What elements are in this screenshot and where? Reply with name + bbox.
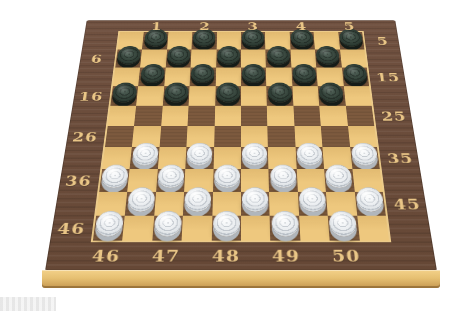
board-scene: 123454647484950616263646515253545 — [45, 0, 437, 288]
watermark — [0, 297, 56, 311]
white-man-33[interactable] — [242, 143, 268, 165]
square-2[interactable] — [192, 32, 217, 49]
black-man-15[interactable] — [342, 64, 368, 83]
black-man-19[interactable] — [268, 83, 293, 103]
square-4[interactable] — [289, 32, 315, 49]
square-49[interactable] — [270, 216, 300, 241]
square-28[interactable] — [214, 126, 241, 147]
white-man-46[interactable] — [95, 211, 125, 236]
light-square — [123, 216, 155, 241]
white-man-34[interactable] — [296, 143, 323, 165]
black-man-6[interactable] — [117, 46, 142, 64]
coord-label-top-1: 1 — [151, 20, 163, 32]
square-20[interactable] — [318, 86, 346, 105]
square-12[interactable] — [190, 68, 216, 87]
black-man-7[interactable] — [167, 46, 191, 64]
square-26[interactable] — [105, 126, 134, 147]
coord-label-bottom-46: 46 — [91, 246, 121, 265]
light-square — [136, 86, 164, 105]
light-square — [241, 216, 271, 241]
coord-label-bottom-47: 47 — [151, 246, 180, 265]
square-1[interactable] — [142, 32, 168, 49]
square-10[interactable] — [315, 50, 342, 68]
square-36[interactable] — [99, 169, 130, 192]
coord-label-left-36: 36 — [64, 172, 93, 188]
coord-label-left-6: 6 — [90, 52, 104, 65]
coord-label-left-46: 46 — [56, 219, 86, 237]
square-14[interactable] — [291, 68, 318, 87]
square-29[interactable] — [268, 126, 296, 147]
photo-canvas: 123454647484950616263646515253545 — [0, 0, 474, 316]
coord-label-right-5: 5 — [376, 35, 389, 47]
square-38[interactable] — [213, 169, 241, 192]
coord-label-top-2: 2 — [199, 20, 211, 32]
black-man-10[interactable] — [316, 46, 341, 64]
square-18[interactable] — [215, 86, 241, 105]
coord-label-bottom-50: 50 — [331, 246, 361, 265]
coord-label-top-3: 3 — [247, 20, 258, 32]
light-square — [108, 106, 137, 126]
draughts-board: 123454647484950616263646515253545 — [45, 20, 437, 271]
coord-label-bottom-49: 49 — [272, 246, 301, 265]
black-man-18[interactable] — [216, 83, 240, 103]
coord-label-right-15: 15 — [375, 70, 401, 83]
white-man-40[interactable] — [325, 165, 353, 188]
white-man-49[interactable] — [271, 211, 299, 236]
white-man-36[interactable] — [101, 165, 129, 188]
light-square — [241, 86, 267, 105]
square-23[interactable] — [241, 106, 268, 126]
coord-label-top-4: 4 — [295, 20, 307, 32]
white-man-44[interactable] — [299, 188, 327, 212]
white-man-42[interactable] — [184, 188, 211, 212]
square-6[interactable] — [115, 50, 142, 68]
square-42[interactable] — [183, 192, 213, 216]
square-3[interactable] — [241, 32, 266, 49]
light-square — [344, 86, 372, 105]
black-man-11[interactable] — [140, 64, 165, 83]
coord-label-right-25: 25 — [380, 109, 407, 123]
square-47[interactable] — [152, 216, 183, 241]
square-37[interactable] — [156, 169, 186, 192]
square-11[interactable] — [138, 68, 165, 87]
square-41[interactable] — [125, 192, 156, 216]
square-34[interactable] — [295, 147, 324, 169]
square-46[interactable] — [93, 216, 125, 241]
square-31[interactable] — [130, 147, 159, 169]
square-27[interactable] — [159, 126, 187, 147]
square-16[interactable] — [110, 86, 138, 105]
square-25[interactable] — [346, 106, 375, 126]
white-man-37[interactable] — [157, 165, 184, 188]
coord-label-right-45: 45 — [392, 195, 421, 212]
square-8[interactable] — [216, 50, 241, 68]
square-19[interactable] — [267, 86, 294, 105]
light-square — [161, 106, 189, 126]
light-square — [292, 86, 319, 105]
black-man-16[interactable] — [112, 83, 138, 103]
square-5[interactable] — [338, 32, 364, 49]
light-square — [299, 216, 330, 241]
square-32[interactable] — [185, 147, 213, 169]
square-44[interactable] — [298, 192, 328, 216]
coord-label-left-16: 16 — [78, 89, 104, 103]
square-30[interactable] — [321, 126, 350, 147]
board-front-edge — [42, 270, 440, 288]
black-man-9[interactable] — [267, 46, 291, 64]
white-man-43[interactable] — [242, 188, 269, 212]
light-square — [319, 106, 347, 126]
black-man-20[interactable] — [319, 83, 345, 103]
black-man-8[interactable] — [217, 46, 240, 64]
square-45[interactable] — [354, 192, 385, 216]
light-square — [214, 106, 241, 126]
coord-label-top-5: 5 — [343, 20, 356, 32]
square-33[interactable] — [241, 147, 269, 169]
light-square — [189, 86, 216, 105]
white-man-32[interactable] — [187, 143, 213, 165]
coord-label-bottom-48: 48 — [212, 246, 240, 265]
square-15[interactable] — [342, 68, 370, 87]
square-7[interactable] — [166, 50, 192, 68]
square-39[interactable] — [269, 169, 298, 192]
light-square — [267, 106, 294, 126]
board-grid — [93, 32, 389, 240]
coord-label-right-35: 35 — [386, 150, 414, 166]
square-9[interactable] — [266, 50, 292, 68]
square-17[interactable] — [163, 86, 190, 105]
square-43[interactable] — [241, 192, 270, 216]
black-man-13[interactable] — [242, 64, 266, 83]
square-50[interactable] — [328, 216, 360, 241]
white-man-41[interactable] — [127, 188, 155, 212]
square-40[interactable] — [324, 169, 354, 192]
white-man-31[interactable] — [131, 143, 158, 165]
square-13[interactable] — [241, 68, 267, 87]
square-22[interactable] — [188, 106, 215, 126]
white-man-48[interactable] — [213, 211, 240, 236]
white-man-39[interactable] — [270, 165, 297, 188]
black-man-17[interactable] — [164, 83, 189, 103]
square-35[interactable] — [350, 147, 380, 169]
white-man-50[interactable] — [329, 211, 358, 236]
black-man-12[interactable] — [191, 64, 215, 83]
light-square — [182, 216, 212, 241]
square-48[interactable] — [211, 216, 241, 241]
black-man-14[interactable] — [292, 64, 317, 83]
square-24[interactable] — [293, 106, 321, 126]
light-square — [357, 216, 389, 241]
white-man-47[interactable] — [154, 211, 182, 236]
white-man-35[interactable] — [350, 143, 378, 165]
white-man-45[interactable] — [355, 188, 384, 212]
white-man-38[interactable] — [214, 165, 240, 188]
square-21[interactable] — [134, 106, 162, 126]
coord-label-left-26: 26 — [71, 129, 98, 144]
